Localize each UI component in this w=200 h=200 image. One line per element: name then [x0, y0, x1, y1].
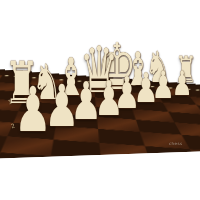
chess-set-photo: ♜♞♝♛♚♝♞♜♟♟♟♟♟♟♟♟ 12 chess: [0, 0, 200, 200]
board-grid[interactable]: [0, 73, 200, 160]
photo-watermark: chess: [169, 141, 199, 146]
square-e7: [99, 143, 150, 160]
square-g7: [190, 149, 200, 159]
square-d8: [48, 156, 103, 159]
board-perspective-window: [0, 0, 200, 159]
